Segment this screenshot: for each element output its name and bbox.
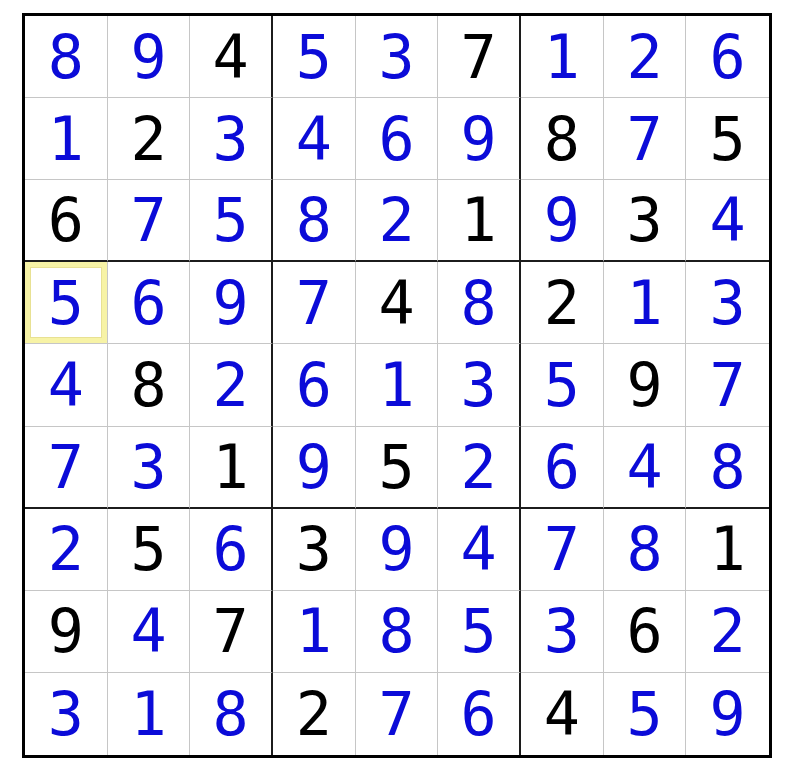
user-digit: 4: [461, 519, 497, 579]
user-digit: 5: [48, 273, 84, 333]
user-digit: 3: [544, 601, 580, 661]
sudoku-board: 8945371261234698756758219345697482134826…: [22, 13, 772, 758]
given-digit: 6: [48, 190, 84, 250]
cell-r7c7[interactable]: 7: [521, 509, 604, 591]
user-digit: 9: [378, 519, 414, 579]
cell-r7c5[interactable]: 9: [356, 509, 439, 591]
cell-r3c7[interactable]: 9: [521, 180, 604, 262]
cell-r8c2[interactable]: 4: [108, 591, 191, 673]
user-digit: 7: [378, 684, 414, 744]
cell-r4c8[interactable]: 1: [604, 262, 687, 344]
user-digit: 6: [296, 355, 332, 415]
cell-r2c6[interactable]: 9: [438, 98, 521, 180]
given-digit: 4: [544, 684, 580, 744]
user-digit: 8: [378, 601, 414, 661]
given-digit: 8: [130, 355, 166, 415]
cell-r3c6[interactable]: 1: [438, 180, 521, 262]
cell-r1c3[interactable]: 4: [190, 16, 273, 98]
cell-r4c1[interactable]: 5: [25, 262, 108, 344]
cell-r4c4[interactable]: 7: [273, 262, 356, 344]
cell-r9c6[interactable]: 6: [438, 673, 521, 755]
user-digit: 3: [48, 684, 84, 744]
user-digit: 1: [626, 273, 662, 333]
cell-r3c9[interactable]: 4: [686, 180, 769, 262]
cell-r9c4[interactable]: 2: [273, 673, 356, 755]
cell-r4c7[interactable]: 2: [521, 262, 604, 344]
given-digit: 1: [461, 190, 497, 250]
user-digit: 6: [544, 437, 580, 497]
cell-r6c4[interactable]: 9: [273, 427, 356, 509]
given-digit: 3: [296, 519, 332, 579]
user-digit: 5: [213, 190, 249, 250]
user-digit: 8: [461, 273, 497, 333]
given-digit: 1: [213, 437, 249, 497]
cell-r6c9[interactable]: 8: [686, 427, 769, 509]
given-digit: 6: [626, 601, 662, 661]
cell-r1c9[interactable]: 6: [686, 16, 769, 98]
user-digit: 9: [213, 273, 249, 333]
user-digit: 8: [296, 190, 332, 250]
cell-r6c6[interactable]: 2: [438, 427, 521, 509]
cell-r3c2[interactable]: 7: [108, 180, 191, 262]
cell-r8c4[interactable]: 1: [273, 591, 356, 673]
cell-r2c9[interactable]: 5: [686, 98, 769, 180]
user-digit: 2: [378, 190, 414, 250]
cell-r2c5[interactable]: 6: [356, 98, 439, 180]
user-digit: 2: [213, 355, 249, 415]
cell-r2c3[interactable]: 3: [190, 98, 273, 180]
given-digit: 7: [213, 601, 249, 661]
user-digit: 4: [130, 601, 166, 661]
user-digit: 1: [296, 601, 332, 661]
given-digit: 2: [296, 684, 332, 744]
user-digit: 5: [626, 684, 662, 744]
user-digit: 5: [544, 355, 580, 415]
cell-r3c5[interactable]: 2: [356, 180, 439, 262]
given-digit: 5: [130, 519, 166, 579]
cell-r6c5[interactable]: 5: [356, 427, 439, 509]
user-digit: 7: [296, 273, 332, 333]
cell-r9c8[interactable]: 5: [604, 673, 687, 755]
given-digit: 2: [130, 109, 166, 169]
cell-r8c1[interactable]: 9: [25, 591, 108, 673]
user-digit: 9: [710, 684, 746, 744]
user-digit: 5: [461, 601, 497, 661]
cell-r4c5[interactable]: 4: [356, 262, 439, 344]
cell-r1c5[interactable]: 3: [356, 16, 439, 98]
cell-r2c4[interactable]: 4: [273, 98, 356, 180]
given-digit: 7: [461, 27, 497, 87]
user-digit: 9: [461, 109, 497, 169]
user-digit: 7: [544, 519, 580, 579]
cell-r5c2[interactable]: 8: [108, 344, 191, 426]
user-digit: 8: [710, 437, 746, 497]
user-digit: 9: [544, 190, 580, 250]
user-digit: 4: [626, 437, 662, 497]
user-digit: 3: [710, 273, 746, 333]
user-digit: 4: [48, 355, 84, 415]
cell-r4c9[interactable]: 3: [686, 262, 769, 344]
cell-r3c4[interactable]: 8: [273, 180, 356, 262]
cell-r7c3[interactable]: 6: [190, 509, 273, 591]
cell-r8c3[interactable]: 7: [190, 591, 273, 673]
cell-r1c8[interactable]: 2: [604, 16, 687, 98]
cell-r5c5[interactable]: 1: [356, 344, 439, 426]
user-digit: 1: [130, 684, 166, 744]
user-digit: 1: [544, 27, 580, 87]
user-digit: 1: [378, 355, 414, 415]
given-digit: 5: [378, 437, 414, 497]
cell-r1c1[interactable]: 8: [25, 16, 108, 98]
user-digit: 7: [626, 109, 662, 169]
given-digit: 3: [626, 190, 662, 250]
user-digit: 8: [626, 519, 662, 579]
cell-r1c6[interactable]: 7: [438, 16, 521, 98]
cell-r2c2[interactable]: 2: [108, 98, 191, 180]
user-digit: 2: [626, 27, 662, 87]
cell-r6c2[interactable]: 3: [108, 427, 191, 509]
cell-r3c3[interactable]: 5: [190, 180, 273, 262]
cell-r7c4[interactable]: 3: [273, 509, 356, 591]
given-digit: 4: [213, 27, 249, 87]
given-digit: 1: [710, 519, 746, 579]
user-digit: 4: [296, 109, 332, 169]
cell-r1c2[interactable]: 9: [108, 16, 191, 98]
cell-r5c9[interactable]: 7: [686, 344, 769, 426]
user-digit: 7: [710, 355, 746, 415]
cell-r8c7[interactable]: 3: [521, 591, 604, 673]
user-digit: 5: [296, 27, 332, 87]
cell-r9c2[interactable]: 1: [108, 673, 191, 755]
user-digit: 2: [710, 601, 746, 661]
cell-r6c1[interactable]: 7: [25, 427, 108, 509]
cell-r7c9[interactable]: 1: [686, 509, 769, 591]
cell-r7c6[interactable]: 4: [438, 509, 521, 591]
user-digit: 9: [130, 27, 166, 87]
cell-r9c5[interactable]: 7: [356, 673, 439, 755]
cell-r1c7[interactable]: 1: [521, 16, 604, 98]
user-digit: 7: [48, 437, 84, 497]
user-digit: 7: [130, 190, 166, 250]
user-digit: 8: [213, 684, 249, 744]
given-digit: 5: [710, 109, 746, 169]
cell-r3c1[interactable]: 6: [25, 180, 108, 262]
cell-r7c2[interactable]: 5: [108, 509, 191, 591]
user-digit: 1: [48, 109, 84, 169]
cell-r2c7[interactable]: 8: [521, 98, 604, 180]
cell-r3c8[interactable]: 3: [604, 180, 687, 262]
cell-r9c1[interactable]: 3: [25, 673, 108, 755]
given-digit: 2: [544, 273, 580, 333]
cell-r8c9[interactable]: 2: [686, 591, 769, 673]
user-digit: 8: [48, 27, 84, 87]
cell-r9c7[interactable]: 4: [521, 673, 604, 755]
cell-r4c6[interactable]: 8: [438, 262, 521, 344]
given-digit: 8: [544, 109, 580, 169]
cell-r6c3[interactable]: 1: [190, 427, 273, 509]
cell-r7c8[interactable]: 8: [604, 509, 687, 591]
user-digit: 9: [296, 437, 332, 497]
given-digit: 9: [48, 601, 84, 661]
user-digit: 3: [461, 355, 497, 415]
cell-r5c4[interactable]: 6: [273, 344, 356, 426]
given-digit: 4: [378, 273, 414, 333]
user-digit: 3: [213, 109, 249, 169]
user-digit: 6: [710, 27, 746, 87]
cell-r8c5[interactable]: 8: [356, 591, 439, 673]
cell-r5c6[interactable]: 3: [438, 344, 521, 426]
cell-r7c1[interactable]: 2: [25, 509, 108, 591]
cell-r9c3[interactable]: 8: [190, 673, 273, 755]
cell-r4c2[interactable]: 6: [108, 262, 191, 344]
cell-r5c7[interactable]: 5: [521, 344, 604, 426]
user-digit: 6: [378, 109, 414, 169]
cell-r5c1[interactable]: 4: [25, 344, 108, 426]
user-digit: 4: [710, 190, 746, 250]
user-digit: 2: [461, 437, 497, 497]
sudoku-page: 8945371261234698756758219345697482134826…: [0, 0, 794, 770]
given-digit: 9: [626, 355, 662, 415]
cell-r4c3[interactable]: 9: [190, 262, 273, 344]
cell-r6c8[interactable]: 4: [604, 427, 687, 509]
user-digit: 6: [461, 684, 497, 744]
cell-r5c8[interactable]: 9: [604, 344, 687, 426]
user-digit: 6: [213, 519, 249, 579]
cell-r6c7[interactable]: 6: [521, 427, 604, 509]
cell-r2c1[interactable]: 1: [25, 98, 108, 180]
user-digit: 3: [378, 27, 414, 87]
user-digit: 2: [48, 519, 84, 579]
user-digit: 3: [130, 437, 166, 497]
cell-r8c8[interactable]: 6: [604, 591, 687, 673]
cell-r5c3[interactable]: 2: [190, 344, 273, 426]
cell-r9c9[interactable]: 9: [686, 673, 769, 755]
user-digit: 6: [130, 273, 166, 333]
cell-r1c4[interactable]: 5: [273, 16, 356, 98]
cell-r2c8[interactable]: 7: [604, 98, 687, 180]
cell-r8c6[interactable]: 5: [438, 591, 521, 673]
